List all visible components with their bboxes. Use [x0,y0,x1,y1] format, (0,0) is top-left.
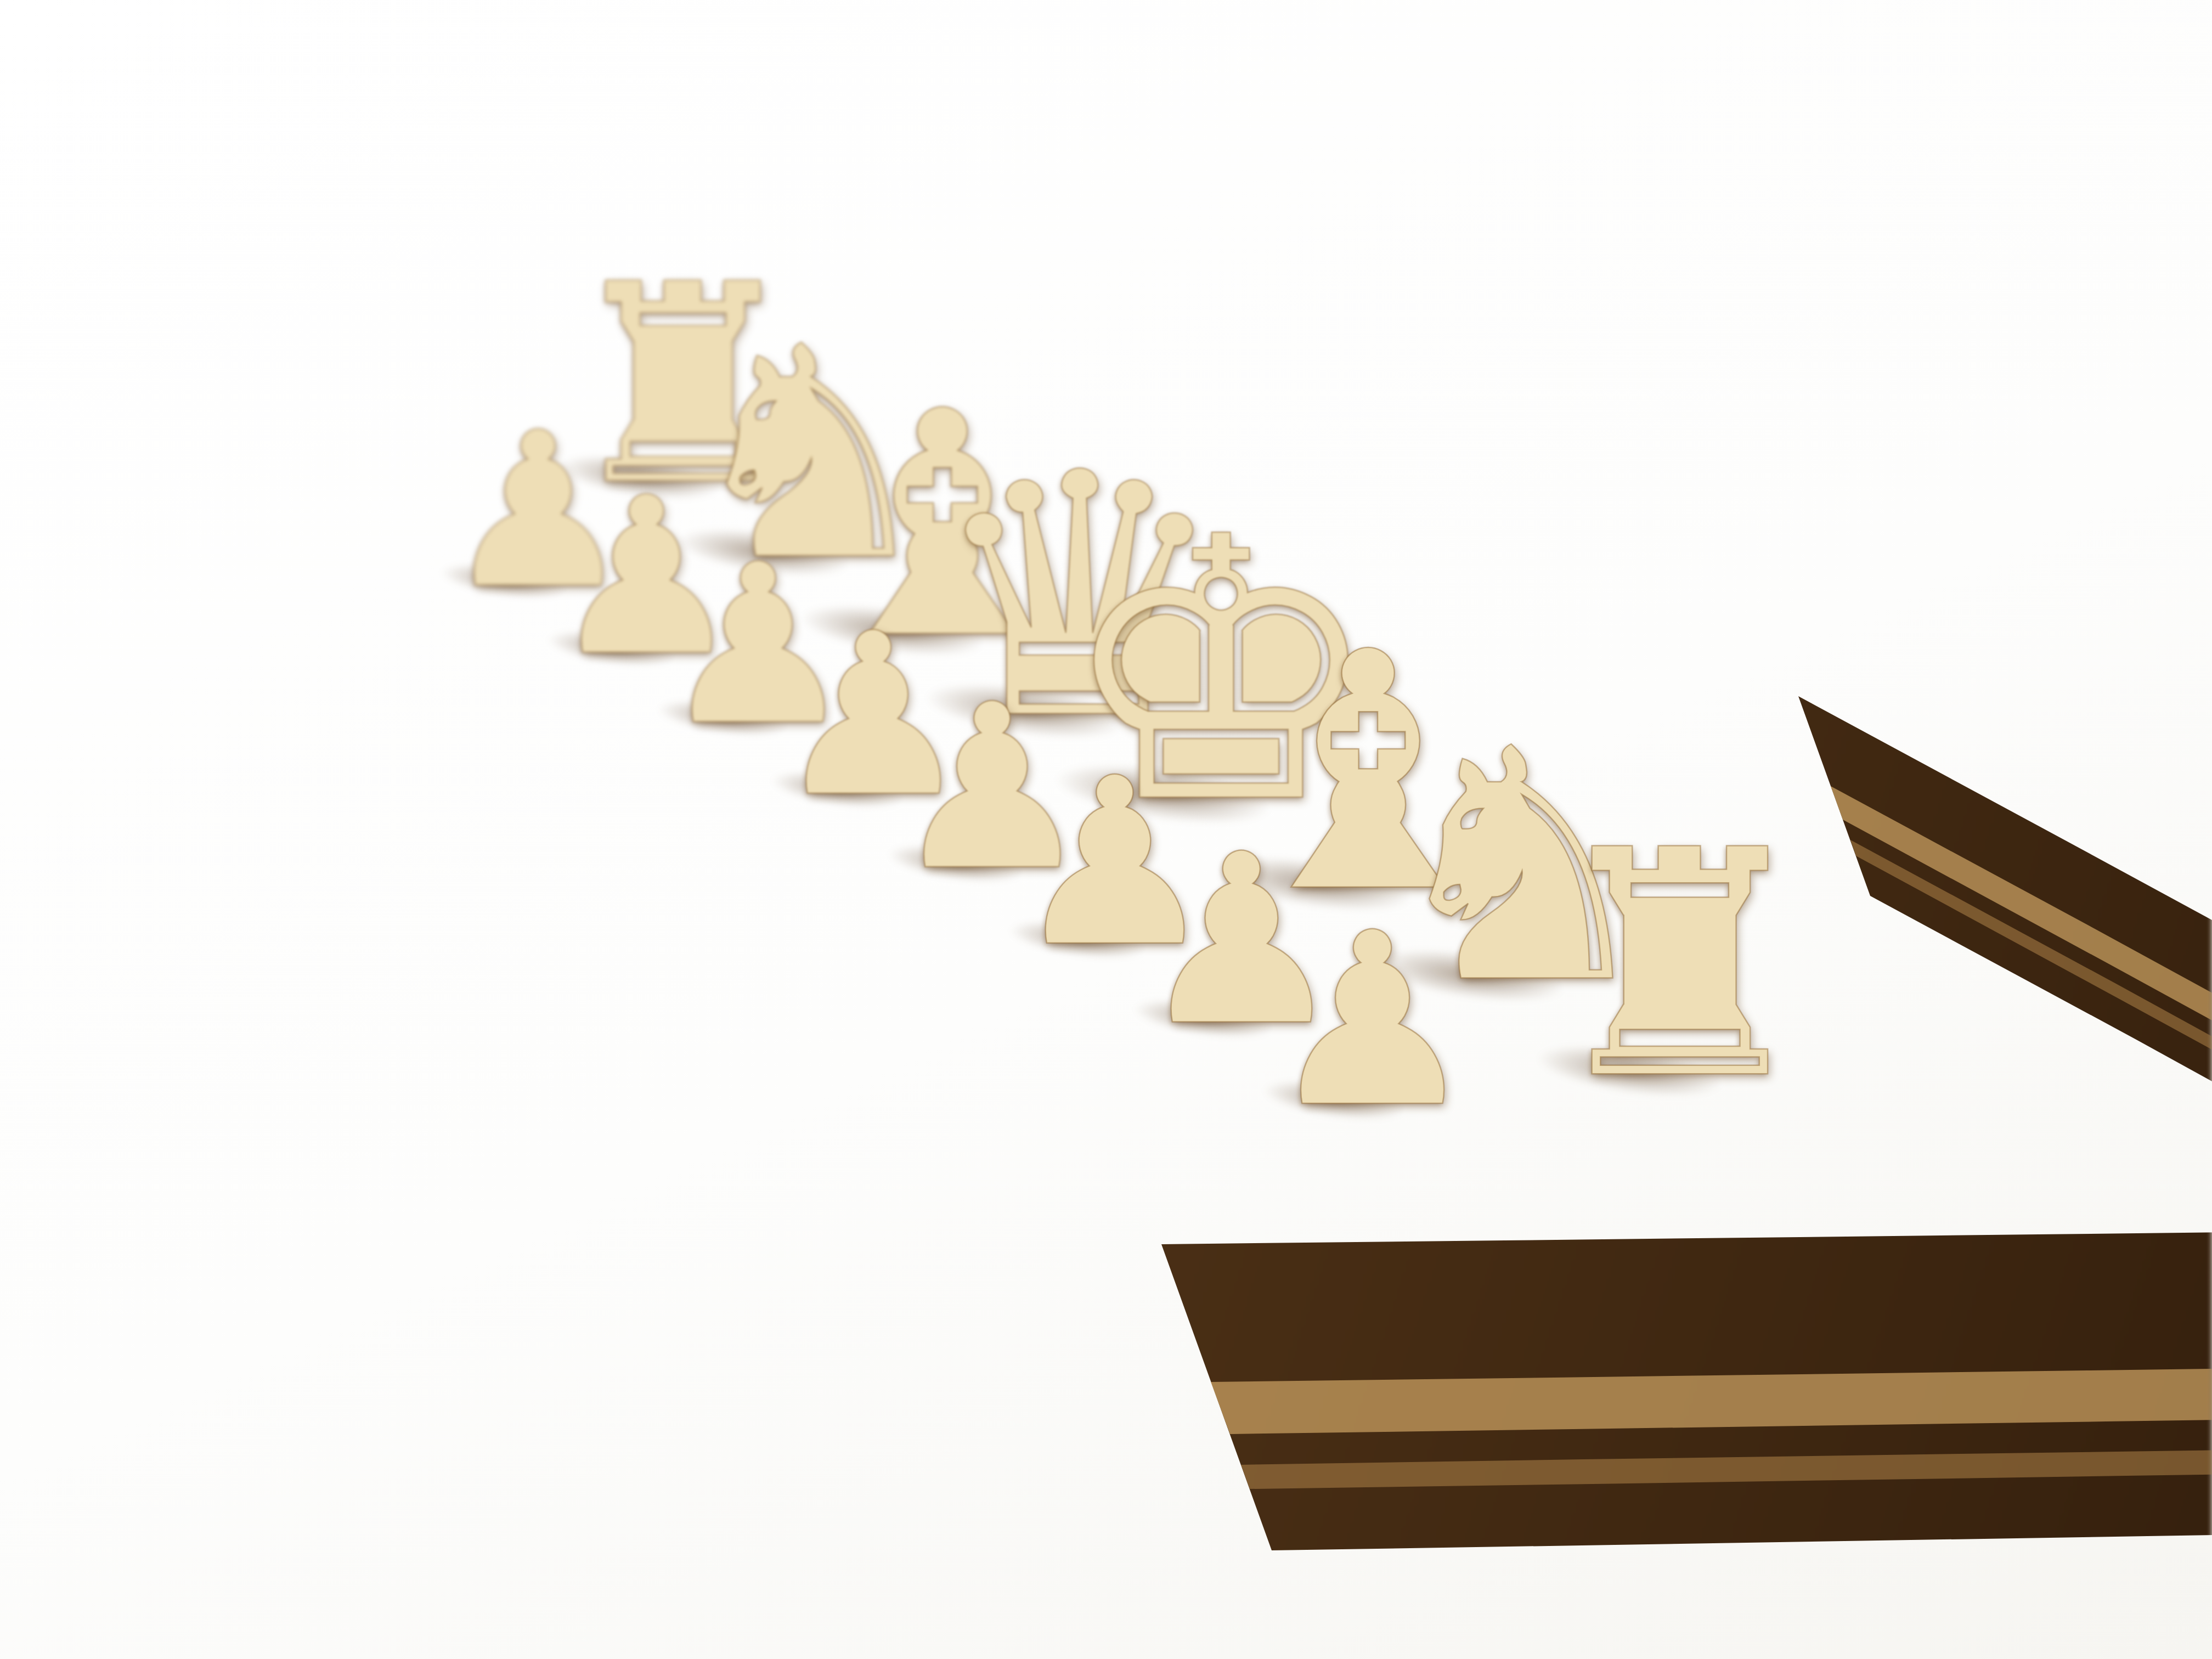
pieces-layer: ♟♟♟♟♟♟♟♟♜♞♝♛♚♝♞♜ [0,0,2212,1659]
white-pawn-h2[interactable]: ♟ [1265,901,1480,1141]
white-rook-h1[interactable]: ♜ [1540,810,1820,1122]
photo-stage: ♟♟♟♟♟♟♟♟♜♞♝♛♚♝♞♜ [0,0,2212,1659]
